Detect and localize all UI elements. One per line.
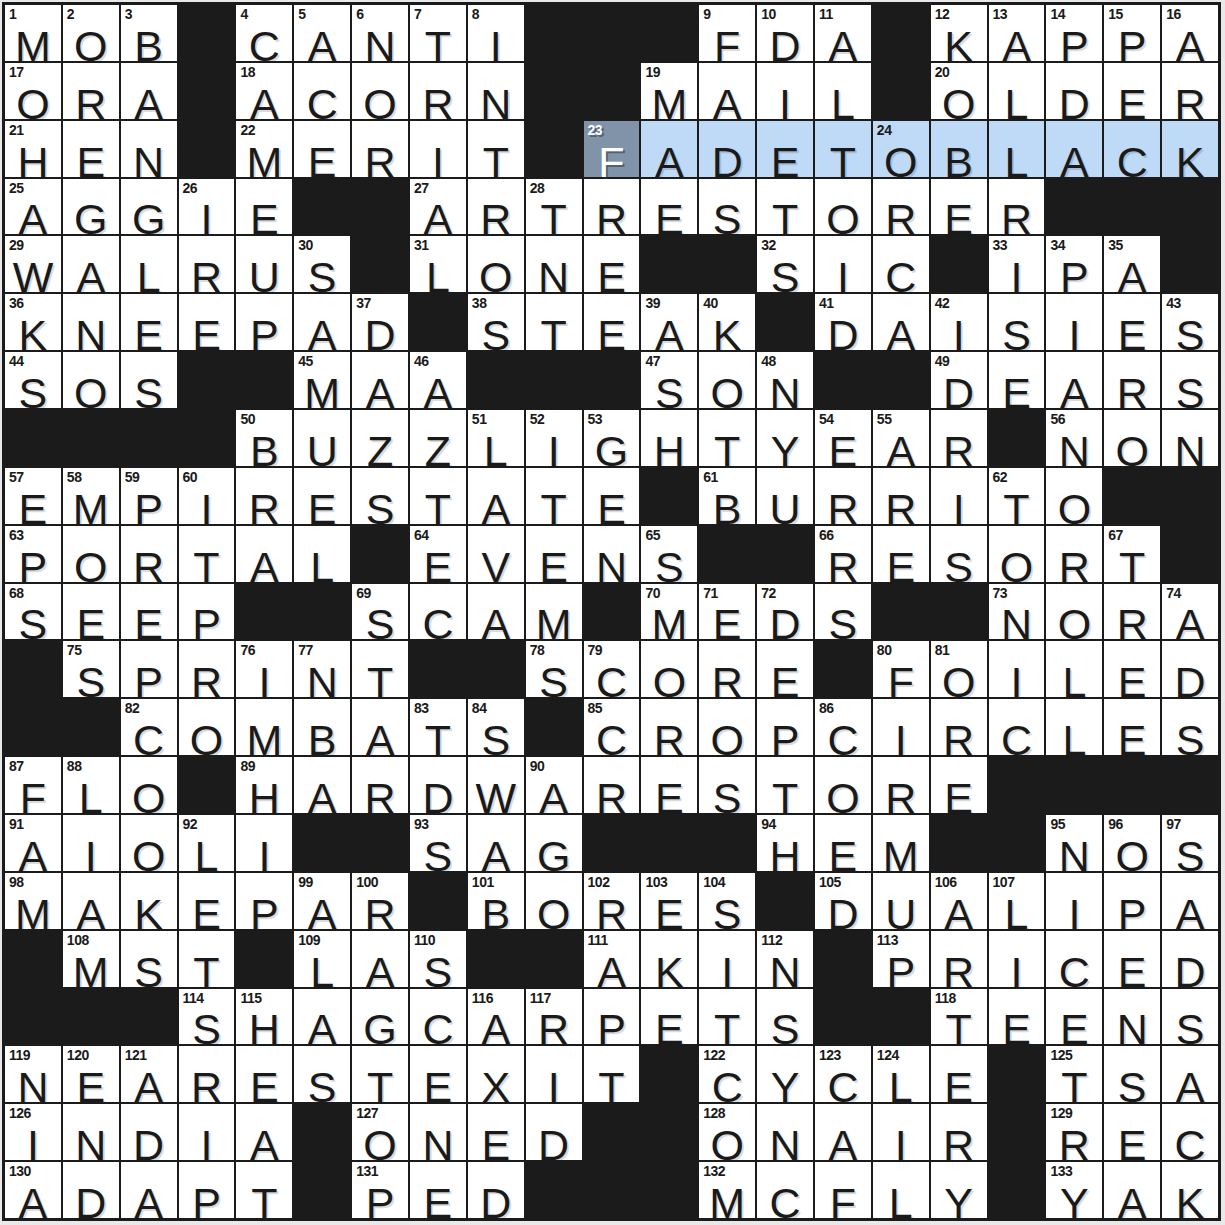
cell-r6c20[interactable]: E — [1104, 294, 1160, 350]
cell-r13c11[interactable]: 85C — [584, 699, 640, 755]
cell-r11c9[interactable]: A — [468, 584, 524, 640]
cell-r12c10[interactable]: 78S — [526, 641, 582, 697]
cell-r1c1[interactable]: 1M — [5, 5, 61, 61]
cell-r13c6[interactable]: B — [294, 699, 350, 755]
cell-r10c8[interactable]: 64E — [410, 526, 466, 582]
cell-r15c10[interactable]: G — [526, 815, 582, 871]
cell-r4c17[interactable]: E — [931, 179, 987, 235]
cell-r3c5[interactable]: 22M — [236, 121, 292, 177]
cell-r8c13[interactable]: T — [699, 410, 755, 466]
cell-r10c17[interactable]: S — [931, 526, 987, 582]
cell-r17c8[interactable]: 110S — [410, 931, 466, 987]
cell-r18c10[interactable]: 117R — [526, 989, 582, 1045]
cell-r15c5[interactable]: I — [236, 815, 292, 871]
cell-r21c17[interactable]: Y — [931, 1162, 987, 1218]
cell-r4c4[interactable]: 26I — [179, 179, 235, 235]
cell-r5c5[interactable]: U — [236, 236, 292, 292]
cell-r14c1[interactable]: 87F — [5, 757, 61, 813]
cell-r20c19[interactable]: 129R — [1046, 1104, 1102, 1160]
cell-r13c14[interactable]: P — [757, 699, 813, 755]
cell-r6c10[interactable]: T — [526, 294, 582, 350]
cell-r17c11[interactable]: 111A — [584, 931, 640, 987]
cell-r20c21[interactable]: C — [1162, 1104, 1218, 1160]
cell-r7c8[interactable]: 46A — [410, 352, 466, 408]
cell-r6c6[interactable]: A — [294, 294, 350, 350]
cell-r5c20[interactable]: 35A — [1104, 236, 1160, 292]
cell-r10c10[interactable]: E — [526, 526, 582, 582]
cell-r1c17[interactable]: 12K — [931, 5, 987, 61]
cell-r9c10[interactable]: T — [526, 468, 582, 524]
cell-r16c1[interactable]: 98M — [5, 873, 61, 929]
cell-r2c6[interactable]: C — [294, 63, 350, 119]
cell-r11c3[interactable]: E — [121, 584, 177, 640]
cell-r9c19[interactable]: O — [1046, 468, 1102, 524]
cell-r11c10[interactable]: M — [526, 584, 582, 640]
cell-r16c16[interactable]: U — [873, 873, 929, 929]
cell-r5c15[interactable]: I — [815, 236, 871, 292]
cell-r12c4[interactable]: R — [179, 641, 235, 697]
cell-r10c4[interactable]: T — [179, 526, 235, 582]
cell-r8c17[interactable]: R — [931, 410, 987, 466]
cell-r21c13[interactable]: 132M — [699, 1162, 755, 1218]
cell-r3c15[interactable]: T — [815, 121, 871, 177]
cell-r10c6[interactable]: L — [294, 526, 350, 582]
cell-r17c19[interactable]: C — [1046, 931, 1102, 987]
cell-r3c20[interactable]: C — [1104, 121, 1160, 177]
cell-r19c17[interactable]: E — [931, 1046, 987, 1102]
cell-r13c12[interactable]: R — [641, 699, 697, 755]
cell-r3c14[interactable]: E — [757, 121, 813, 177]
cell-r6c15[interactable]: 41D — [815, 294, 871, 350]
cell-r18c21[interactable]: S — [1162, 989, 1218, 1045]
cell-r20c17[interactable]: R — [931, 1104, 987, 1160]
cell-r19c6[interactable]: S — [294, 1046, 350, 1102]
cell-r15c14[interactable]: 94H — [757, 815, 813, 871]
cell-r11c21[interactable]: 74A — [1162, 584, 1218, 640]
cell-r12c2[interactable]: 75S — [63, 641, 119, 697]
cell-r18c13[interactable]: T — [699, 989, 755, 1045]
cell-r13c7[interactable]: A — [352, 699, 408, 755]
cell-r14c12[interactable]: E — [641, 757, 697, 813]
cell-r9c15[interactable]: R — [815, 468, 871, 524]
cell-r18c17[interactable]: 118T — [931, 989, 987, 1045]
cell-r6c3[interactable]: E — [121, 294, 177, 350]
cell-r2c19[interactable]: D — [1046, 63, 1102, 119]
cell-r8c12[interactable]: H — [641, 410, 697, 466]
cell-r1c15[interactable]: 11A — [815, 5, 871, 61]
cell-r20c9[interactable]: E — [468, 1104, 524, 1160]
cell-r21c19[interactable]: 133Y — [1046, 1162, 1102, 1218]
cell-r2c15[interactable]: L — [815, 63, 871, 119]
cell-r5c9[interactable]: O — [468, 236, 524, 292]
cell-r5c18[interactable]: 33I — [989, 236, 1045, 292]
cell-r3c6[interactable]: E — [294, 121, 350, 177]
cell-r13c20[interactable]: E — [1104, 699, 1160, 755]
cell-r16c19[interactable]: I — [1046, 873, 1102, 929]
cell-r15c3[interactable]: O — [121, 815, 177, 871]
cell-r15c1[interactable]: 91A — [5, 815, 61, 871]
cell-r20c2[interactable]: N — [63, 1104, 119, 1160]
cell-r16c18[interactable]: 107L — [989, 873, 1045, 929]
cell-r3c19[interactable]: A — [1046, 121, 1102, 177]
cell-r1c18[interactable]: 13A — [989, 5, 1045, 61]
cell-r11c13[interactable]: 71E — [699, 584, 755, 640]
cell-r11c8[interactable]: C — [410, 584, 466, 640]
cell-r16c20[interactable]: P — [1104, 873, 1160, 929]
cell-r8c6[interactable]: U — [294, 410, 350, 466]
cell-r18c18[interactable]: E — [989, 989, 1045, 1045]
cell-r10c18[interactable]: O — [989, 526, 1045, 582]
cell-r4c16[interactable]: R — [873, 179, 929, 235]
cell-r17c14[interactable]: 112N — [757, 931, 813, 987]
cell-r15c16[interactable]: M — [873, 815, 929, 871]
cell-r14c17[interactable]: E — [931, 757, 987, 813]
cell-r18c20[interactable]: N — [1104, 989, 1160, 1045]
cell-r20c5[interactable]: A — [236, 1104, 292, 1160]
cell-r2c7[interactable]: O — [352, 63, 408, 119]
cell-r21c7[interactable]: 131P — [352, 1162, 408, 1218]
cell-r13c19[interactable]: L — [1046, 699, 1102, 755]
cell-r20c16[interactable]: I — [873, 1104, 929, 1160]
cell-r20c14[interactable]: N — [757, 1104, 813, 1160]
cell-r19c21[interactable]: A — [1162, 1046, 1218, 1102]
cell-r13c16[interactable]: I — [873, 699, 929, 755]
cell-r21c5[interactable]: T — [236, 1162, 292, 1218]
cell-r15c20[interactable]: 96O — [1104, 815, 1160, 871]
cell-r17c18[interactable]: I — [989, 931, 1045, 987]
cell-r7c12[interactable]: 47S — [641, 352, 697, 408]
cell-r5c10[interactable]: N — [526, 236, 582, 292]
cell-r13c5[interactable]: M — [236, 699, 292, 755]
cell-r8c5[interactable]: 50B — [236, 410, 292, 466]
cell-r16c2[interactable]: A — [63, 873, 119, 929]
cell-r7c21[interactable]: S — [1162, 352, 1218, 408]
cell-r9c6[interactable]: E — [294, 468, 350, 524]
cell-r21c2[interactable]: D — [63, 1162, 119, 1218]
cell-r19c8[interactable]: E — [410, 1046, 466, 1102]
cell-r19c19[interactable]: 125T — [1046, 1046, 1102, 1102]
cell-r12c7[interactable]: T — [352, 641, 408, 697]
cell-r18c12[interactable]: E — [641, 989, 697, 1045]
cell-r19c7[interactable]: T — [352, 1046, 408, 1102]
cell-r18c19[interactable]: E — [1046, 989, 1102, 1045]
cell-r19c1[interactable]: 119N — [5, 1046, 61, 1102]
cell-r13c3[interactable]: 82C — [121, 699, 177, 755]
cell-r19c14[interactable]: Y — [757, 1046, 813, 1102]
cell-r4c8[interactable]: 27A — [410, 179, 466, 235]
cell-r16c13[interactable]: 104S — [699, 873, 755, 929]
cell-r12c20[interactable]: E — [1104, 641, 1160, 697]
cell-r12c21[interactable]: D — [1162, 641, 1218, 697]
cell-r10c3[interactable]: R — [121, 526, 177, 582]
cell-r4c13[interactable]: S — [699, 179, 755, 235]
cell-r4c1[interactable]: 25A — [5, 179, 61, 235]
cell-r6c4[interactable]: E — [179, 294, 235, 350]
cell-r8c7[interactable]: Z — [352, 410, 408, 466]
cell-r11c7[interactable]: 69S — [352, 584, 408, 640]
cell-r12c14[interactable]: E — [757, 641, 813, 697]
cell-r3c12[interactable]: A — [641, 121, 697, 177]
cell-r12c19[interactable]: L — [1046, 641, 1102, 697]
cell-r10c12[interactable]: 65S — [641, 526, 697, 582]
cell-r5c6[interactable]: 30S — [294, 236, 350, 292]
cell-r19c20[interactable]: S — [1104, 1046, 1160, 1102]
cell-r14c7[interactable]: R — [352, 757, 408, 813]
cell-r9c14[interactable]: U — [757, 468, 813, 524]
cell-r6c18[interactable]: S — [989, 294, 1045, 350]
cell-r8c9[interactable]: 51L — [468, 410, 524, 466]
cell-r18c11[interactable]: P — [584, 989, 640, 1045]
cell-r10c15[interactable]: 66R — [815, 526, 871, 582]
cell-r18c8[interactable]: C — [410, 989, 466, 1045]
cell-r10c1[interactable]: 63P — [5, 526, 61, 582]
cell-r16c7[interactable]: 100R — [352, 873, 408, 929]
cell-r8c16[interactable]: 55A — [873, 410, 929, 466]
cell-r4c10[interactable]: 28T — [526, 179, 582, 235]
cell-r17c17[interactable]: R — [931, 931, 987, 987]
cell-r2c18[interactable]: L — [989, 63, 1045, 119]
cell-r7c3[interactable]: S — [121, 352, 177, 408]
cell-r12c3[interactable]: P — [121, 641, 177, 697]
cell-r1c2[interactable]: 2O — [63, 5, 119, 61]
cell-r16c5[interactable]: P — [236, 873, 292, 929]
cell-r13c13[interactable]: O — [699, 699, 755, 755]
cell-r1c19[interactable]: 14P — [1046, 5, 1102, 61]
cell-r20c7[interactable]: 127O — [352, 1104, 408, 1160]
cell-r15c9[interactable]: A — [468, 815, 524, 871]
cell-r15c21[interactable]: 97S — [1162, 815, 1218, 871]
cell-r4c11[interactable]: R — [584, 179, 640, 235]
cell-r16c4[interactable]: E — [179, 873, 235, 929]
cell-r20c4[interactable]: I — [179, 1104, 235, 1160]
cell-r1c7[interactable]: 6N — [352, 5, 408, 61]
cell-r21c16[interactable]: L — [873, 1162, 929, 1218]
cell-r2c13[interactable]: A — [699, 63, 755, 119]
cell-r18c4[interactable]: 114S — [179, 989, 235, 1045]
cell-r4c12[interactable]: E — [641, 179, 697, 235]
cell-r7c20[interactable]: R — [1104, 352, 1160, 408]
cell-r11c12[interactable]: 70M — [641, 584, 697, 640]
cell-r5c11[interactable]: E — [584, 236, 640, 292]
cell-r13c4[interactable]: O — [179, 699, 235, 755]
cell-r1c6[interactable]: 5A — [294, 5, 350, 61]
cell-r9c2[interactable]: 58M — [63, 468, 119, 524]
cell-r3c21[interactable]: K — [1162, 121, 1218, 177]
cell-r13c9[interactable]: 84S — [468, 699, 524, 755]
cell-r19c9[interactable]: X — [468, 1046, 524, 1102]
cell-r17c12[interactable]: K — [641, 931, 697, 987]
cell-r9c16[interactable]: R — [873, 468, 929, 524]
cell-r2c20[interactable]: E — [1104, 63, 1160, 119]
cell-r1c21[interactable]: 16A — [1162, 5, 1218, 61]
cell-r9c1[interactable]: 57E — [5, 468, 61, 524]
cell-r2c12[interactable]: 19M — [641, 63, 697, 119]
cell-r13c15[interactable]: 86C — [815, 699, 871, 755]
cell-r6c5[interactable]: P — [236, 294, 292, 350]
cell-r14c8[interactable]: D — [410, 757, 466, 813]
cell-r17c20[interactable]: E — [1104, 931, 1160, 987]
cell-r18c5[interactable]: 115H — [236, 989, 292, 1045]
cell-r11c14[interactable]: 72D — [757, 584, 813, 640]
cell-r6c2[interactable]: N — [63, 294, 119, 350]
cell-r4c2[interactable]: G — [63, 179, 119, 235]
cell-r12c13[interactable]: R — [699, 641, 755, 697]
cell-r17c7[interactable]: A — [352, 931, 408, 987]
cell-r8c21[interactable]: N — [1162, 410, 1218, 466]
cell-r3c1[interactable]: 21H — [5, 121, 61, 177]
cell-r11c20[interactable]: R — [1104, 584, 1160, 640]
cell-r3c13[interactable]: D — [699, 121, 755, 177]
cell-r3c8[interactable]: I — [410, 121, 466, 177]
cell-r19c15[interactable]: 123C — [815, 1046, 871, 1102]
cell-r17c3[interactable]: S — [121, 931, 177, 987]
cell-r12c16[interactable]: 80F — [873, 641, 929, 697]
cell-r16c21[interactable]: A — [1162, 873, 1218, 929]
cell-r7c17[interactable]: 49D — [931, 352, 987, 408]
cell-r14c11[interactable]: R — [584, 757, 640, 813]
cell-r12c12[interactable]: O — [641, 641, 697, 697]
cell-r9c5[interactable]: R — [236, 468, 292, 524]
cell-r8c20[interactable]: O — [1104, 410, 1160, 466]
cell-r1c3[interactable]: 3B — [121, 5, 177, 61]
cell-r6c16[interactable]: A — [873, 294, 929, 350]
cell-r10c20[interactable]: 67T — [1104, 526, 1160, 582]
cell-r3c3[interactable]: N — [121, 121, 177, 177]
cell-r14c9[interactable]: W — [468, 757, 524, 813]
cell-r6c9[interactable]: 38S — [468, 294, 524, 350]
cell-r6c11[interactable]: E — [584, 294, 640, 350]
cell-r1c20[interactable]: 15P — [1104, 5, 1160, 61]
cell-r20c20[interactable]: E — [1104, 1104, 1160, 1160]
cell-r2c9[interactable]: N — [468, 63, 524, 119]
cell-r3c11[interactable]: 23F — [584, 121, 640, 177]
cell-r4c18[interactable]: R — [989, 179, 1045, 235]
cell-r19c3[interactable]: 121A — [121, 1046, 177, 1102]
cell-r15c2[interactable]: I — [63, 815, 119, 871]
cell-r4c3[interactable]: G — [121, 179, 177, 235]
cell-r14c5[interactable]: 89H — [236, 757, 292, 813]
cell-r1c8[interactable]: 7T — [410, 5, 466, 61]
cell-r13c17[interactable]: R — [931, 699, 987, 755]
cell-r13c21[interactable]: S — [1162, 699, 1218, 755]
cell-r14c3[interactable]: O — [121, 757, 177, 813]
cell-r12c17[interactable]: 81O — [931, 641, 987, 697]
cell-r10c9[interactable]: V — [468, 526, 524, 582]
cell-r14c15[interactable]: O — [815, 757, 871, 813]
cell-r5c19[interactable]: 34P — [1046, 236, 1102, 292]
cell-r16c12[interactable]: 103E — [641, 873, 697, 929]
cell-r19c2[interactable]: 120E — [63, 1046, 119, 1102]
cell-r8c10[interactable]: 52I — [526, 410, 582, 466]
cell-r19c5[interactable]: E — [236, 1046, 292, 1102]
cell-r3c9[interactable]: T — [468, 121, 524, 177]
cell-r21c21[interactable]: K — [1162, 1162, 1218, 1218]
cell-r14c13[interactable]: S — [699, 757, 755, 813]
cell-r7c14[interactable]: 48N — [757, 352, 813, 408]
cell-r12c18[interactable]: I — [989, 641, 1045, 697]
cell-r18c9[interactable]: 116A — [468, 989, 524, 1045]
cell-r3c2[interactable]: E — [63, 121, 119, 177]
cell-r7c2[interactable]: O — [63, 352, 119, 408]
cell-r20c3[interactable]: D — [121, 1104, 177, 1160]
cell-r15c4[interactable]: 92L — [179, 815, 235, 871]
cell-r14c10[interactable]: 90A — [526, 757, 582, 813]
cell-r10c19[interactable]: R — [1046, 526, 1102, 582]
cell-r14c6[interactable]: A — [294, 757, 350, 813]
cell-r2c5[interactable]: 18A — [236, 63, 292, 119]
cell-r4c14[interactable]: T — [757, 179, 813, 235]
cell-r12c11[interactable]: 79C — [584, 641, 640, 697]
cell-r10c16[interactable]: E — [873, 526, 929, 582]
cell-r18c6[interactable]: A — [294, 989, 350, 1045]
cell-r9c18[interactable]: 62T — [989, 468, 1045, 524]
cell-r9c13[interactable]: 61B — [699, 468, 755, 524]
cell-r16c15[interactable]: 105D — [815, 873, 871, 929]
cell-r20c8[interactable]: N — [410, 1104, 466, 1160]
cell-r17c16[interactable]: 113P — [873, 931, 929, 987]
cell-r15c19[interactable]: 95N — [1046, 815, 1102, 871]
cell-r20c10[interactable]: D — [526, 1104, 582, 1160]
cell-r19c11[interactable]: T — [584, 1046, 640, 1102]
cell-r6c13[interactable]: 40K — [699, 294, 755, 350]
cell-r7c18[interactable]: E — [989, 352, 1045, 408]
cell-r21c4[interactable]: P — [179, 1162, 235, 1218]
cell-r8c8[interactable]: Z — [410, 410, 466, 466]
cell-r1c13[interactable]: 9F — [699, 5, 755, 61]
cell-r2c8[interactable]: R — [410, 63, 466, 119]
cell-r6c21[interactable]: 43S — [1162, 294, 1218, 350]
cell-r9c4[interactable]: 60I — [179, 468, 235, 524]
cell-r3c16[interactable]: 24O — [873, 121, 929, 177]
cell-r18c14[interactable]: S — [757, 989, 813, 1045]
cell-r21c8[interactable]: E — [410, 1162, 466, 1218]
cell-r9c3[interactable]: 59P — [121, 468, 177, 524]
cell-r7c1[interactable]: 44S — [5, 352, 61, 408]
cell-r20c15[interactable]: A — [815, 1104, 871, 1160]
cell-r7c19[interactable]: A — [1046, 352, 1102, 408]
cell-r4c15[interactable]: O — [815, 179, 871, 235]
cell-r2c2[interactable]: R — [63, 63, 119, 119]
cell-r5c2[interactable]: A — [63, 236, 119, 292]
cell-r11c4[interactable]: P — [179, 584, 235, 640]
cell-r5c16[interactable]: C — [873, 236, 929, 292]
cell-r13c18[interactable]: C — [989, 699, 1045, 755]
cell-r7c6[interactable]: 45M — [294, 352, 350, 408]
cell-r14c2[interactable]: 88L — [63, 757, 119, 813]
cell-r4c9[interactable]: R — [468, 179, 524, 235]
cell-r15c15[interactable]: E — [815, 815, 871, 871]
cell-r5c8[interactable]: 31L — [410, 236, 466, 292]
cell-r6c1[interactable]: 36K — [5, 294, 61, 350]
cell-r10c2[interactable]: O — [63, 526, 119, 582]
cell-r11c2[interactable]: E — [63, 584, 119, 640]
cell-r10c11[interactable]: N — [584, 526, 640, 582]
cell-r16c9[interactable]: 101B — [468, 873, 524, 929]
cell-r2c21[interactable]: R — [1162, 63, 1218, 119]
cell-r3c7[interactable]: R — [352, 121, 408, 177]
cell-r8c11[interactable]: 53G — [584, 410, 640, 466]
cell-r20c13[interactable]: 128O — [699, 1104, 755, 1160]
cell-r14c16[interactable]: R — [873, 757, 929, 813]
cell-r5c14[interactable]: 32S — [757, 236, 813, 292]
cell-r19c4[interactable]: R — [179, 1046, 235, 1102]
cell-r17c2[interactable]: 108M — [63, 931, 119, 987]
cell-r11c1[interactable]: 68S — [5, 584, 61, 640]
cell-r21c1[interactable]: 130A — [5, 1162, 61, 1218]
cell-r9c7[interactable]: S — [352, 468, 408, 524]
cell-r6c7[interactable]: 37D — [352, 294, 408, 350]
cell-r2c1[interactable]: 17O — [5, 63, 61, 119]
